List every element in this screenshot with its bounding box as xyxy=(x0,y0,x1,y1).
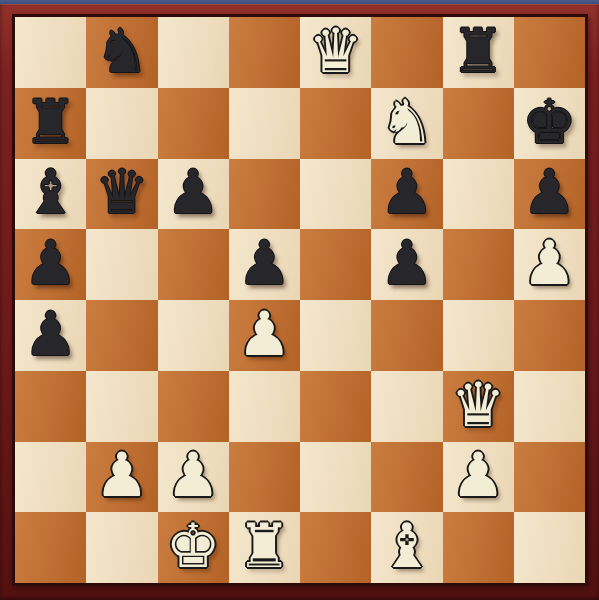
square-f7[interactable]: ♞ xyxy=(371,88,442,159)
black-pawn[interactable]: ♟ xyxy=(522,161,577,222)
black-pawn[interactable]: ♟ xyxy=(23,303,78,364)
square-a8[interactable] xyxy=(15,17,86,88)
white-pawn[interactable]: ♟ xyxy=(237,303,292,364)
white-queen[interactable]: ♛ xyxy=(451,374,506,435)
square-c2[interactable]: ♟ xyxy=(158,442,229,513)
square-a5[interactable]: ♟ xyxy=(15,229,86,300)
black-bishop[interactable]: ♝ xyxy=(23,161,78,222)
black-queen[interactable]: ♛ xyxy=(95,161,150,222)
square-a1[interactable] xyxy=(15,512,86,583)
black-knight[interactable]: ♞ xyxy=(95,20,150,81)
square-a4[interactable]: ♟ xyxy=(15,300,86,371)
white-pawn[interactable]: ♟ xyxy=(451,444,506,505)
square-c6[interactable]: ♟ xyxy=(158,159,229,230)
square-c4[interactable] xyxy=(158,300,229,371)
square-b1[interactable] xyxy=(86,512,157,583)
square-d8[interactable] xyxy=(229,17,300,88)
square-d5[interactable]: ♟ xyxy=(229,229,300,300)
square-b2[interactable]: ♟ xyxy=(86,442,157,513)
square-d4[interactable]: ♟ xyxy=(229,300,300,371)
square-h1[interactable] xyxy=(514,512,585,583)
square-d3[interactable] xyxy=(229,371,300,442)
square-b5[interactable] xyxy=(86,229,157,300)
square-h5[interactable]: ♟ xyxy=(514,229,585,300)
square-f5[interactable]: ♟ xyxy=(371,229,442,300)
white-bishop[interactable]: ♝ xyxy=(380,515,435,576)
square-c7[interactable] xyxy=(158,88,229,159)
square-e5[interactable] xyxy=(300,229,371,300)
square-a6[interactable]: ♝ xyxy=(15,159,86,230)
black-king[interactable]: ♚ xyxy=(522,91,577,152)
square-c3[interactable] xyxy=(158,371,229,442)
square-f6[interactable]: ♟ xyxy=(371,159,442,230)
square-d7[interactable] xyxy=(229,88,300,159)
square-f1[interactable]: ♝ xyxy=(371,512,442,583)
square-e6[interactable] xyxy=(300,159,371,230)
square-f2[interactable] xyxy=(371,442,442,513)
square-g2[interactable]: ♟ xyxy=(443,442,514,513)
white-pawn[interactable]: ♟ xyxy=(95,444,150,505)
square-h3[interactable] xyxy=(514,371,585,442)
square-h4[interactable] xyxy=(514,300,585,371)
square-c1[interactable]: ♚ xyxy=(158,512,229,583)
square-e3[interactable] xyxy=(300,371,371,442)
chess-board: ♞♛♜♜♞♚♝♛♟♟♟♟♟♟♟♟♟♛♟♟♟♚♜♝ xyxy=(12,14,588,586)
square-b4[interactable] xyxy=(86,300,157,371)
square-b8[interactable]: ♞ xyxy=(86,17,157,88)
square-h8[interactable] xyxy=(514,17,585,88)
square-g8[interactable]: ♜ xyxy=(443,17,514,88)
square-e2[interactable] xyxy=(300,442,371,513)
black-pawn[interactable]: ♟ xyxy=(237,232,292,293)
black-rook[interactable]: ♜ xyxy=(23,91,78,152)
square-e4[interactable] xyxy=(300,300,371,371)
white-queen[interactable]: ♛ xyxy=(308,20,363,81)
square-f3[interactable] xyxy=(371,371,442,442)
white-pawn[interactable]: ♟ xyxy=(522,232,577,293)
square-g1[interactable] xyxy=(443,512,514,583)
square-b3[interactable] xyxy=(86,371,157,442)
square-a2[interactable] xyxy=(15,442,86,513)
black-rook[interactable]: ♜ xyxy=(451,20,506,81)
black-pawn[interactable]: ♟ xyxy=(23,232,78,293)
square-b7[interactable] xyxy=(86,88,157,159)
square-g5[interactable] xyxy=(443,229,514,300)
square-b6[interactable]: ♛ xyxy=(86,159,157,230)
square-e8[interactable]: ♛ xyxy=(300,17,371,88)
square-d1[interactable]: ♜ xyxy=(229,512,300,583)
white-pawn[interactable]: ♟ xyxy=(166,444,221,505)
white-king[interactable]: ♚ xyxy=(166,515,221,576)
square-d2[interactable] xyxy=(229,442,300,513)
square-h6[interactable]: ♟ xyxy=(514,159,585,230)
square-g3[interactable]: ♛ xyxy=(443,371,514,442)
square-g4[interactable] xyxy=(443,300,514,371)
square-h7[interactable]: ♚ xyxy=(514,88,585,159)
square-e1[interactable] xyxy=(300,512,371,583)
white-rook[interactable]: ♜ xyxy=(237,515,292,576)
black-pawn[interactable]: ♟ xyxy=(380,232,435,293)
square-g7[interactable] xyxy=(443,88,514,159)
white-knight[interactable]: ♞ xyxy=(380,91,435,152)
square-g6[interactable] xyxy=(443,159,514,230)
board-frame: ♞♛♜♜♞♚♝♛♟♟♟♟♟♟♟♟♟♛♟♟♟♚♜♝ xyxy=(0,4,599,600)
square-c8[interactable] xyxy=(158,17,229,88)
square-e7[interactable] xyxy=(300,88,371,159)
black-pawn[interactable]: ♟ xyxy=(166,161,221,222)
square-f4[interactable] xyxy=(371,300,442,371)
square-f8[interactable] xyxy=(371,17,442,88)
black-pawn[interactable]: ♟ xyxy=(380,161,435,222)
square-a7[interactable]: ♜ xyxy=(15,88,86,159)
square-h2[interactable] xyxy=(514,442,585,513)
square-c5[interactable] xyxy=(158,229,229,300)
square-d6[interactable] xyxy=(229,159,300,230)
square-a3[interactable] xyxy=(15,371,86,442)
